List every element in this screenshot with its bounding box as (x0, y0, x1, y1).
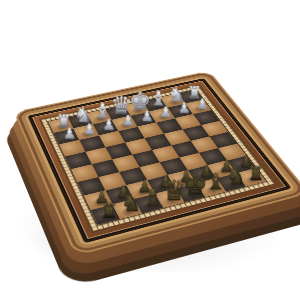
square-r4c6 (191, 136, 219, 152)
silver-pawn: ♟ (159, 106, 172, 120)
silver-pawn: ♟ (62, 127, 75, 142)
bronze-bishop: ♝ (142, 187, 163, 210)
bronze-queen: ♛ (161, 177, 185, 204)
silver-pawn: ♟ (140, 110, 153, 124)
bronze-knight: ♞ (226, 166, 246, 188)
bronze-bishop: ♝ (205, 171, 225, 193)
silver-pawn: ♟ (82, 122, 95, 137)
checker-grid: ♜♞♝♛♚♝♞♜♟♟♟♟♟♟♟♟♟♟♟♟♟♟♟♟♜♞♝♛♚♝♞♜ (47, 89, 267, 226)
bronze-rook: ♜ (247, 164, 264, 183)
bronze-knight: ♞ (120, 192, 141, 215)
square-r2c4 (138, 122, 164, 138)
silver-pawn: ♟ (196, 98, 209, 112)
silver-pawn: ♟ (177, 102, 190, 116)
silver-pawn: ♟ (121, 114, 134, 128)
silver-pawn: ♟ (102, 118, 115, 133)
square-r2c1 (79, 135, 105, 151)
bronze-rook: ♜ (100, 201, 118, 221)
chess-set-photo: ♜♞♝♛♚♝♞♜♟♟♟♟♟♟♟♟♟♟♟♟♟♟♟♟♜♞♝♛♚♝♞♜ (0, 0, 300, 300)
cream-inlay-border: ♜♞♝♛♚♝♞♜♟♟♟♟♟♟♟♟♟♟♟♟♟♟♟♟♜♞♝♛♚♝♞♜ (39, 84, 277, 232)
